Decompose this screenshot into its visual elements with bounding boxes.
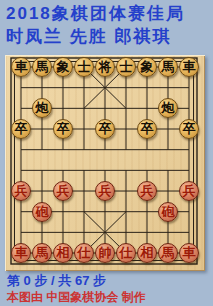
black-piece-車[interactable]: 車 xyxy=(179,57,199,77)
black-piece-卒[interactable]: 卒 xyxy=(11,119,31,139)
pieces-layer: 車馬象士将士象馬車炮炮卒卒卒卒卒兵兵兵兵兵砲砲車馬相仕帥仕相馬車 xyxy=(5,55,205,271)
red-piece-兵[interactable]: 兵 xyxy=(179,181,199,201)
red-piece-帥[interactable]: 帥 xyxy=(95,243,115,263)
red-piece-馬[interactable]: 馬 xyxy=(32,243,52,263)
red-piece-砲[interactable]: 砲 xyxy=(158,202,178,222)
xiangqi-board[interactable]: 車馬象士将士象馬車炮炮卒卒卒卒卒兵兵兵兵兵砲砲車馬相仕帥仕相馬車 xyxy=(5,55,205,271)
black-piece-象[interactable]: 象 xyxy=(53,57,73,77)
red-piece-車[interactable]: 車 xyxy=(11,243,31,263)
red-piece-兵[interactable]: 兵 xyxy=(53,181,73,201)
players-result: 时凤兰 先胜 郎祺琪 xyxy=(6,25,211,48)
black-piece-卒[interactable]: 卒 xyxy=(53,119,73,139)
black-piece-将[interactable]: 将 xyxy=(95,57,115,77)
black-piece-車[interactable]: 車 xyxy=(11,57,31,77)
xiangqi-diagram: 2018象棋团体赛佳局 时凤兰 先胜 郎祺琪 車馬象士将士象馬車炮炮卒卒卒卒卒兵… xyxy=(0,0,213,306)
red-piece-相[interactable]: 相 xyxy=(53,243,73,263)
event-title: 2018象棋团体赛佳局 xyxy=(6,2,211,25)
red-piece-相[interactable]: 相 xyxy=(137,243,157,263)
black-piece-炮[interactable]: 炮 xyxy=(32,98,52,118)
red-piece-兵[interactable]: 兵 xyxy=(95,181,115,201)
red-piece-仕[interactable]: 仕 xyxy=(74,243,94,263)
move-counter: 第 0 步 / 共 67 步 xyxy=(7,272,212,289)
red-piece-車[interactable]: 車 xyxy=(179,243,199,263)
red-piece-仕[interactable]: 仕 xyxy=(116,243,136,263)
red-piece-馬[interactable]: 馬 xyxy=(158,243,178,263)
credit: 本图由 中国象棋协会 制作 xyxy=(7,289,212,305)
black-piece-卒[interactable]: 卒 xyxy=(137,119,157,139)
black-piece-馬[interactable]: 馬 xyxy=(32,57,52,77)
black-piece-士[interactable]: 士 xyxy=(116,57,136,77)
red-piece-兵[interactable]: 兵 xyxy=(137,181,157,201)
black-piece-馬[interactable]: 馬 xyxy=(158,57,178,77)
black-piece-象[interactable]: 象 xyxy=(137,57,157,77)
black-piece-士[interactable]: 士 xyxy=(74,57,94,77)
black-piece-炮[interactable]: 炮 xyxy=(158,98,178,118)
black-piece-卒[interactable]: 卒 xyxy=(95,119,115,139)
red-piece-砲[interactable]: 砲 xyxy=(32,202,52,222)
black-piece-卒[interactable]: 卒 xyxy=(179,119,199,139)
page-title: 2018象棋团体赛佳局 时凤兰 先胜 郎祺琪 xyxy=(6,2,211,48)
footer: 第 0 步 / 共 67 步 本图由 中国象棋协会 制作 xyxy=(7,272,212,305)
red-piece-兵[interactable]: 兵 xyxy=(11,181,31,201)
